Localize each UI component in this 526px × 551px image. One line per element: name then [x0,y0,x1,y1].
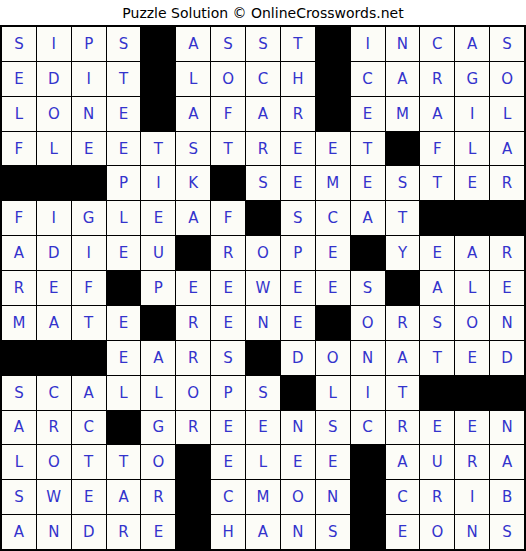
black-cell [420,201,454,235]
letter-cell: S [246,376,280,410]
letter-cell: I [37,201,71,235]
letter-cell: L [176,62,210,96]
letter-cell: E [420,236,454,270]
letter-cell: D [37,62,71,96]
letter-cell: R [455,445,489,479]
letter-cell: O [141,445,175,479]
letter-cell: A [386,341,420,375]
letter-cell: M [386,97,420,131]
letter-cell: L [490,97,524,131]
letter-cell: A [141,341,175,375]
black-cell [211,166,245,200]
letter-cell: T [141,132,175,166]
black-cell [316,62,350,96]
letter-cell: W [246,271,280,305]
letter-cell: E [386,515,420,549]
letter-cell: R [386,306,420,340]
letter-cell: L [107,376,141,410]
letter-cell: I [37,27,71,61]
letter-cell: S [211,27,245,61]
black-cell [246,201,280,235]
letter-cell: A [176,201,210,235]
letter-cell: L [2,97,36,131]
black-cell [490,376,524,410]
letter-cell: E [316,445,350,479]
page-title: Puzzle Solution © OnlineCrosswords.net [0,0,526,25]
letter-cell: E [281,132,315,166]
letter-cell: S [316,515,350,549]
letter-cell: S [176,132,210,166]
letter-cell: P [141,271,175,305]
letter-cell: A [386,445,420,479]
letter-cell: R [37,411,71,445]
letter-cell: E [141,515,175,549]
letter-cell: E [107,132,141,166]
letter-cell: C [37,376,71,410]
letter-cell: S [316,411,350,445]
black-cell [107,271,141,305]
black-cell [72,166,106,200]
letter-cell: N [281,411,315,445]
letter-cell: T [351,132,385,166]
letter-cell: T [72,445,106,479]
letter-cell: Y [386,236,420,270]
black-cell [176,515,210,549]
black-cell [176,236,210,270]
letter-cell: R [281,97,315,131]
letter-cell: R [107,515,141,549]
letter-cell: E [107,236,141,270]
letter-cell: M [2,306,36,340]
black-cell [176,445,210,479]
letter-cell: C [386,480,420,514]
black-cell [141,97,175,131]
letter-cell: E [455,166,489,200]
letter-cell: S [2,480,36,514]
black-cell [351,445,385,479]
letter-cell: O [211,62,245,96]
letter-cell: N [246,306,280,340]
letter-cell: A [246,515,280,549]
letter-cell: E [281,445,315,479]
letter-cell: R [176,306,210,340]
letter-cell: E [455,341,489,375]
letter-cell: E [141,201,175,235]
puzzle-solution-page: Puzzle Solution © OnlineCrosswords.net S… [0,0,526,551]
letter-cell: R [490,166,524,200]
black-cell [176,480,210,514]
letter-cell: C [316,201,350,235]
letter-cell: G [72,201,106,235]
letter-cell: P [281,236,315,270]
letter-cell: O [351,306,385,340]
letter-cell: H [211,515,245,549]
letter-cell: A [386,62,420,96]
letter-cell: A [455,27,489,61]
letter-cell: S [2,376,36,410]
letter-cell: U [141,236,175,270]
black-cell [2,166,36,200]
black-cell [455,201,489,235]
letter-cell: O [37,97,71,131]
letter-cell: D [72,515,106,549]
letter-cell: E [72,480,106,514]
black-cell [141,306,175,340]
letter-cell: E [351,97,385,131]
letter-cell: F [211,97,245,131]
letter-cell: A [2,411,36,445]
letter-cell: A [37,306,71,340]
letter-cell: D [37,236,71,270]
letter-cell: I [141,166,175,200]
letter-cell: R [141,480,175,514]
letter-cell: R [176,341,210,375]
letter-cell: F [72,271,106,305]
letter-cell: A [490,445,524,479]
letter-cell: A [2,236,36,270]
letter-cell: I [72,62,106,96]
letter-cell: I [351,27,385,61]
letter-cell: C [72,411,106,445]
letter-cell: L [2,445,36,479]
letter-cell: O [37,445,71,479]
black-cell [455,376,489,410]
black-cell [490,201,524,235]
letter-cell: L [141,376,175,410]
black-cell [316,27,350,61]
letter-cell: L [455,132,489,166]
letter-cell: T [107,445,141,479]
letter-cell: F [2,132,36,166]
letter-cell: A [176,97,210,131]
letter-cell: I [72,236,106,270]
letter-cell: N [455,515,489,549]
letter-cell: A [490,132,524,166]
letter-cell: T [211,132,245,166]
letter-cell: E [316,236,350,270]
letter-cell: E [211,271,245,305]
letter-cell: S [281,201,315,235]
letter-cell: E [107,341,141,375]
letter-cell: L [107,201,141,235]
black-cell [141,27,175,61]
letter-cell: G [141,411,175,445]
letter-cell: N [351,341,385,375]
black-cell [2,341,36,375]
letter-cell: R [246,132,280,166]
letter-cell: E [490,271,524,305]
letter-cell: R [2,271,36,305]
letter-cell: O [490,62,524,96]
black-cell [281,376,315,410]
letter-cell: F [2,201,36,235]
letter-cell: R [176,411,210,445]
letter-cell: I [455,480,489,514]
letter-cell: S [386,166,420,200]
black-cell [37,166,71,200]
letter-cell: E [281,306,315,340]
letter-cell: E [281,271,315,305]
letter-cell: N [281,515,315,549]
letter-cell: T [107,62,141,96]
letter-cell: A [420,271,454,305]
letter-cell: A [351,201,385,235]
letter-cell: E [37,271,71,305]
letter-cell: P [211,376,245,410]
letter-cell: S [420,306,454,340]
letter-cell: A [176,27,210,61]
letter-cell: A [455,236,489,270]
letter-cell: E [351,166,385,200]
letter-cell: L [316,376,350,410]
letter-cell: A [72,376,106,410]
letter-cell: S [2,27,36,61]
letter-cell: A [246,97,280,131]
letter-cell: T [386,376,420,410]
letter-cell: O [246,236,280,270]
letter-cell: E [316,271,350,305]
letter-cell: F [211,201,245,235]
letter-cell: S [490,27,524,61]
black-cell [37,341,71,375]
letter-cell: P [107,166,141,200]
letter-cell: E [281,166,315,200]
letter-cell: N [386,27,420,61]
letter-cell: E [316,132,350,166]
black-cell [420,376,454,410]
letter-cell: E [72,132,106,166]
letter-cell: U [420,445,454,479]
letter-cell: E [176,271,210,305]
letter-cell: G [455,62,489,96]
letter-cell: L [246,445,280,479]
letter-cell: I [455,97,489,131]
black-cell [141,62,175,96]
letter-cell: A [2,515,36,549]
letter-cell: L [37,132,71,166]
letter-cell: E [107,306,141,340]
letter-cell: R [386,411,420,445]
letter-cell: T [420,341,454,375]
letter-cell: O [316,341,350,375]
letter-cell: A [420,97,454,131]
letter-cell: C [351,62,385,96]
letter-cell: S [351,271,385,305]
black-cell [386,132,420,166]
letter-cell: H [281,62,315,96]
letter-cell: C [246,62,280,96]
letter-cell: O [455,306,489,340]
letter-cell: S [107,27,141,61]
letter-cell: N [490,411,524,445]
letter-cell: E [211,411,245,445]
letter-cell: C [351,411,385,445]
letter-cell: E [246,411,280,445]
letter-cell: R [211,236,245,270]
letter-cell: N [490,306,524,340]
letter-cell: E [420,411,454,445]
letter-cell: S [246,166,280,200]
letter-cell: T [281,27,315,61]
letter-cell: I [351,376,385,410]
letter-cell: M [316,166,350,200]
letter-cell: K [176,166,210,200]
letter-cell: N [72,97,106,131]
letter-cell: C [211,480,245,514]
black-cell [316,97,350,131]
letter-cell: R [420,62,454,96]
letter-cell: M [246,480,280,514]
letter-cell: F [420,132,454,166]
letter-cell: L [455,271,489,305]
black-cell [246,341,280,375]
letter-cell: O [420,515,454,549]
black-cell [351,515,385,549]
letter-cell: R [490,236,524,270]
letter-cell: B [490,480,524,514]
letter-cell: E [211,306,245,340]
letter-cell: E [455,411,489,445]
letter-cell: T [386,201,420,235]
black-cell [72,341,106,375]
letter-cell: T [72,306,106,340]
letter-cell: D [281,341,315,375]
letter-cell: T [420,166,454,200]
black-cell [386,271,420,305]
letter-cell: E [107,97,141,131]
black-cell [107,411,141,445]
letter-cell: E [2,62,36,96]
letter-cell: S [490,515,524,549]
letter-cell: R [420,480,454,514]
letter-cell: N [37,515,71,549]
letter-cell: E [211,445,245,479]
letter-cell: D [490,341,524,375]
crossword-grid: SIPSASSTINCASEDITLOCHCARGOLONEAFAREMAILF… [0,25,526,551]
letter-cell: W [37,480,71,514]
letter-cell: A [107,480,141,514]
letter-cell: S [246,27,280,61]
letter-cell: O [176,376,210,410]
letter-cell: N [316,480,350,514]
black-cell [316,306,350,340]
letter-cell: O [281,480,315,514]
letter-cell: S [211,341,245,375]
black-cell [351,236,385,270]
letter-cell: C [420,27,454,61]
letter-cell: P [72,27,106,61]
black-cell [351,480,385,514]
